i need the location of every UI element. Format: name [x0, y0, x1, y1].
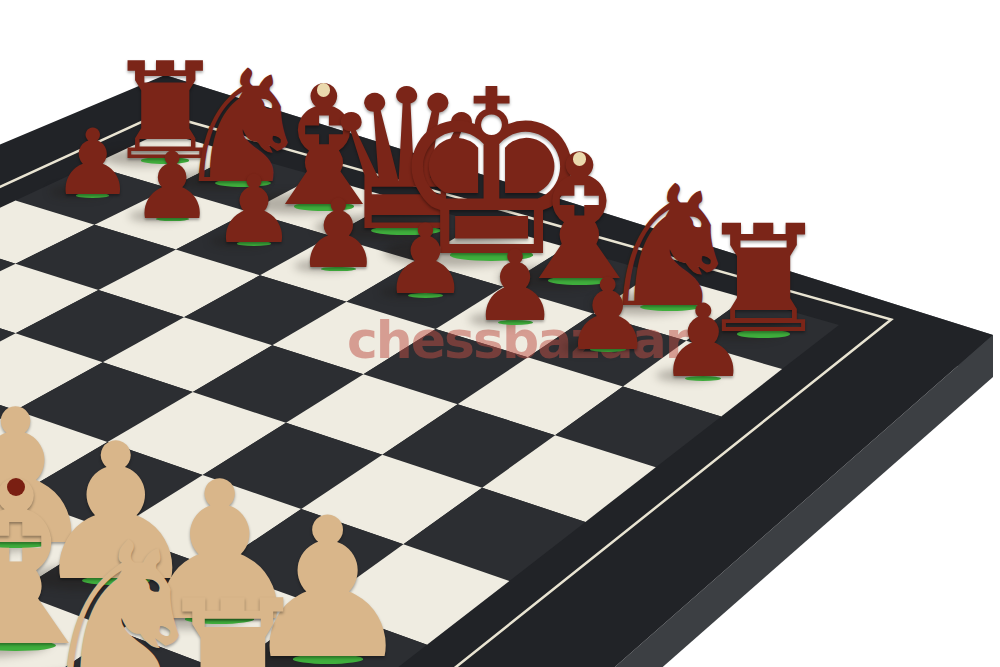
felt-base: [450, 249, 532, 260]
felt-base: [0, 539, 49, 548]
bishop-finial-c8: [317, 83, 330, 96]
pieces-layer: ♜♞♝♛♚♝♞♜♟♟♟♟♟♟♟♟♟♟♟♟♝♞♜: [0, 0, 1000, 667]
bishop-finial-f8: [573, 152, 587, 166]
felt-base: [408, 293, 443, 298]
chess-set-product-photo: chessbazaar ♜♞♝♛♚♝♞♜♟♟♟♟♟♟♟♟♟♟♟♟♝♞♜: [0, 0, 1000, 667]
felt-base: [294, 202, 354, 210]
felt-base: [737, 330, 790, 337]
felt-base: [141, 157, 189, 164]
felt-base: [215, 179, 271, 187]
felt-base: [498, 320, 533, 325]
felt-base: [0, 640, 56, 651]
felt-base: [293, 654, 363, 664]
felt-base: [237, 241, 271, 246]
felt-base: [76, 193, 109, 198]
felt-base: [371, 226, 441, 236]
felt-base: [185, 614, 254, 624]
felt-base: [640, 303, 700, 311]
felt-base: [548, 276, 610, 285]
bishop-finial-f1: [7, 478, 25, 496]
piece-white-knight-g1: ♞: [33, 517, 211, 667]
felt-base: [685, 376, 721, 381]
piece-white-pawn-h2: ♟: [241, 493, 415, 667]
